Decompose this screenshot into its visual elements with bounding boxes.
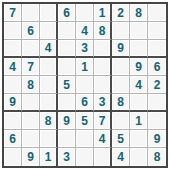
cell-r8c2[interactable] bbox=[22, 130, 40, 148]
cell-r5c8[interactable]: 4 bbox=[130, 76, 148, 94]
cell-r6c8[interactable] bbox=[130, 94, 148, 112]
cell-r7c1[interactable] bbox=[4, 112, 22, 130]
cell-r7c7[interactable] bbox=[112, 112, 130, 130]
cell-r9c9[interactable]: 8 bbox=[148, 148, 166, 166]
cell-r7c9[interactable] bbox=[148, 112, 166, 130]
cell-r2c2[interactable]: 6 bbox=[22, 22, 40, 40]
cell-r6c6[interactable]: 3 bbox=[94, 94, 112, 112]
cell-r3c8[interactable] bbox=[130, 40, 148, 58]
cell-r9c6[interactable] bbox=[94, 148, 112, 166]
cell-r8c3[interactable] bbox=[40, 130, 58, 148]
cell-r7c8[interactable]: 1 bbox=[130, 112, 148, 130]
cell-r3c7[interactable]: 9 bbox=[112, 40, 130, 58]
cell-r6c9[interactable] bbox=[148, 94, 166, 112]
cell-r1c2[interactable] bbox=[22, 4, 40, 22]
cell-r4c8[interactable]: 9 bbox=[130, 58, 148, 76]
cell-r9c3[interactable]: 1 bbox=[40, 148, 58, 166]
cell-r6c3[interactable] bbox=[40, 94, 58, 112]
cell-r9c5[interactable] bbox=[76, 148, 94, 166]
cell-r3c6[interactable] bbox=[94, 40, 112, 58]
cell-r1c1[interactable]: 7 bbox=[4, 4, 22, 22]
cell-r3c5[interactable]: 3 bbox=[76, 40, 94, 58]
cell-r4c2[interactable]: 7 bbox=[22, 58, 40, 76]
sudoku-page: 76128648439471968542963889571645991348 bbox=[0, 0, 170, 170]
cell-r1c5[interactable] bbox=[76, 4, 94, 22]
cell-r9c1[interactable] bbox=[4, 148, 22, 166]
cell-r2c9[interactable] bbox=[148, 22, 166, 40]
cell-r7c2[interactable] bbox=[22, 112, 40, 130]
cell-r3c1[interactable] bbox=[4, 40, 22, 58]
cell-r7c3[interactable]: 8 bbox=[40, 112, 58, 130]
cell-r5c6[interactable] bbox=[94, 76, 112, 94]
cell-r6c1[interactable]: 9 bbox=[4, 94, 22, 112]
cell-r2c5[interactable]: 4 bbox=[76, 22, 94, 40]
cell-r4c7[interactable] bbox=[112, 58, 130, 76]
cell-r9c4[interactable]: 3 bbox=[58, 148, 76, 166]
cell-r6c4[interactable] bbox=[58, 94, 76, 112]
cell-r1c4[interactable]: 6 bbox=[58, 4, 76, 22]
cell-r5c7[interactable] bbox=[112, 76, 130, 94]
cell-r1c6[interactable]: 1 bbox=[94, 4, 112, 22]
cell-r1c7[interactable]: 2 bbox=[112, 4, 130, 22]
cell-r8c4[interactable] bbox=[58, 130, 76, 148]
cell-r6c7[interactable]: 8 bbox=[112, 94, 130, 112]
cell-r8c5[interactable] bbox=[76, 130, 94, 148]
cell-r3c2[interactable] bbox=[22, 40, 40, 58]
cell-r7c6[interactable]: 7 bbox=[94, 112, 112, 130]
cell-r4c9[interactable]: 6 bbox=[148, 58, 166, 76]
cell-r1c9[interactable] bbox=[148, 4, 166, 22]
cell-r4c1[interactable]: 4 bbox=[4, 58, 22, 76]
cell-r6c5[interactable]: 6 bbox=[76, 94, 94, 112]
cell-r2c8[interactable] bbox=[130, 22, 148, 40]
cell-r8c1[interactable]: 6 bbox=[4, 130, 22, 148]
cell-r8c7[interactable]: 5 bbox=[112, 130, 130, 148]
cell-r5c1[interactable] bbox=[4, 76, 22, 94]
cell-r4c3[interactable] bbox=[40, 58, 58, 76]
cell-r2c1[interactable] bbox=[4, 22, 22, 40]
cell-r9c2[interactable]: 9 bbox=[22, 148, 40, 166]
cell-r4c5[interactable]: 1 bbox=[76, 58, 94, 76]
cell-r5c9[interactable]: 2 bbox=[148, 76, 166, 94]
cell-r4c6[interactable] bbox=[94, 58, 112, 76]
cell-r7c4[interactable]: 9 bbox=[58, 112, 76, 130]
cell-r1c8[interactable]: 8 bbox=[130, 4, 148, 22]
cell-r5c5[interactable] bbox=[76, 76, 94, 94]
cell-r8c9[interactable]: 9 bbox=[148, 130, 166, 148]
cell-r9c8[interactable] bbox=[130, 148, 148, 166]
cell-r2c4[interactable] bbox=[58, 22, 76, 40]
cell-r5c2[interactable]: 8 bbox=[22, 76, 40, 94]
cell-r1c3[interactable] bbox=[40, 4, 58, 22]
cell-r7c5[interactable]: 5 bbox=[76, 112, 94, 130]
cell-r6c2[interactable] bbox=[22, 94, 40, 112]
sudoku-board: 76128648439471968542963889571645991348 bbox=[2, 2, 168, 168]
cell-r2c6[interactable]: 8 bbox=[94, 22, 112, 40]
cell-r5c3[interactable] bbox=[40, 76, 58, 94]
cell-r2c7[interactable] bbox=[112, 22, 130, 40]
cell-r2c3[interactable] bbox=[40, 22, 58, 40]
cell-r8c6[interactable]: 4 bbox=[94, 130, 112, 148]
cell-r4c4[interactable] bbox=[58, 58, 76, 76]
cell-r5c4[interactable]: 5 bbox=[58, 76, 76, 94]
cell-r3c9[interactable] bbox=[148, 40, 166, 58]
cell-r9c7[interactable]: 4 bbox=[112, 148, 130, 166]
cell-r3c4[interactable] bbox=[58, 40, 76, 58]
cell-r8c8[interactable] bbox=[130, 130, 148, 148]
cell-r3c3[interactable]: 4 bbox=[40, 40, 58, 58]
